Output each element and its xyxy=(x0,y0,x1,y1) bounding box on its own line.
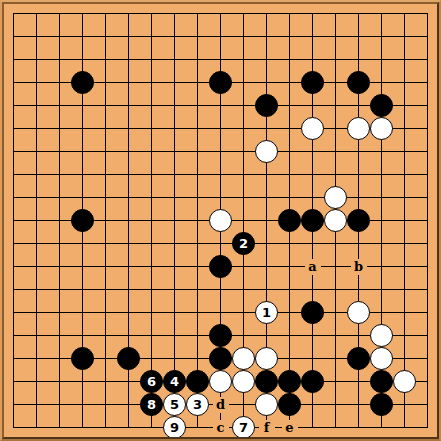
white-stone xyxy=(255,347,278,370)
black-stone xyxy=(347,71,370,94)
white-stone xyxy=(347,301,370,324)
black-stone xyxy=(301,71,324,94)
black-stone xyxy=(347,347,370,370)
move-number-label: 5 xyxy=(170,398,179,411)
grid-line-horizontal xyxy=(13,243,428,244)
black-stone xyxy=(71,347,94,370)
grid-line-vertical xyxy=(404,13,405,428)
black-stone xyxy=(370,94,393,117)
black-stone xyxy=(278,209,301,232)
black-stone xyxy=(301,370,324,393)
white-stone xyxy=(370,347,393,370)
white-stone xyxy=(209,370,232,393)
black-stone xyxy=(209,347,232,370)
black-stone xyxy=(117,347,140,370)
move-number-label: 4 xyxy=(170,375,179,388)
white-stone: 7 xyxy=(232,416,255,439)
black-stone xyxy=(71,209,94,232)
white-stone xyxy=(255,393,278,416)
white-stone xyxy=(301,117,324,140)
board-letter-label: d xyxy=(213,397,229,413)
white-stone xyxy=(393,370,416,393)
white-stone xyxy=(209,209,232,232)
move-number-label: 8 xyxy=(147,398,156,411)
white-stone xyxy=(232,370,255,393)
black-stone: 4 xyxy=(163,370,186,393)
black-stone xyxy=(301,301,324,324)
white-stone xyxy=(370,117,393,140)
black-stone xyxy=(255,370,278,393)
move-number-label: 6 xyxy=(147,375,156,388)
board-letter-label: e xyxy=(282,420,298,436)
move-number-label: 9 xyxy=(170,421,179,434)
black-stone xyxy=(255,94,278,117)
black-stone xyxy=(209,255,232,278)
black-stone xyxy=(370,370,393,393)
white-stone xyxy=(370,324,393,347)
black-stone xyxy=(301,209,324,232)
white-stone xyxy=(232,347,255,370)
black-stone xyxy=(278,370,301,393)
white-stone: 9 xyxy=(163,416,186,439)
move-number-label: 3 xyxy=(193,398,202,411)
black-stone: 2 xyxy=(232,232,255,255)
black-stone: 6 xyxy=(140,370,163,393)
white-stone: 5 xyxy=(163,393,186,416)
move-number-label: 7 xyxy=(239,421,248,434)
white-stone xyxy=(324,209,347,232)
board-letter-label: b xyxy=(351,259,367,275)
white-stone xyxy=(347,117,370,140)
white-stone xyxy=(324,186,347,209)
move-number-label: 1 xyxy=(262,306,271,319)
black-stone xyxy=(186,370,209,393)
black-stone xyxy=(209,71,232,94)
board-letter-label: a xyxy=(305,259,321,275)
go-board: 216485397abcdef xyxy=(0,0,441,441)
black-stone xyxy=(71,71,94,94)
grid-line-horizontal xyxy=(13,289,428,290)
white-stone: 3 xyxy=(186,393,209,416)
board-letter-label: f xyxy=(259,420,275,436)
white-stone xyxy=(255,140,278,163)
black-stone xyxy=(370,393,393,416)
grid-line-vertical xyxy=(427,13,428,428)
black-stone: 8 xyxy=(140,393,163,416)
black-stone xyxy=(278,393,301,416)
black-stone xyxy=(209,324,232,347)
white-stone: 1 xyxy=(255,301,278,324)
black-stone xyxy=(347,209,370,232)
move-number-label: 2 xyxy=(239,237,248,250)
board-letter-label: c xyxy=(213,420,229,436)
